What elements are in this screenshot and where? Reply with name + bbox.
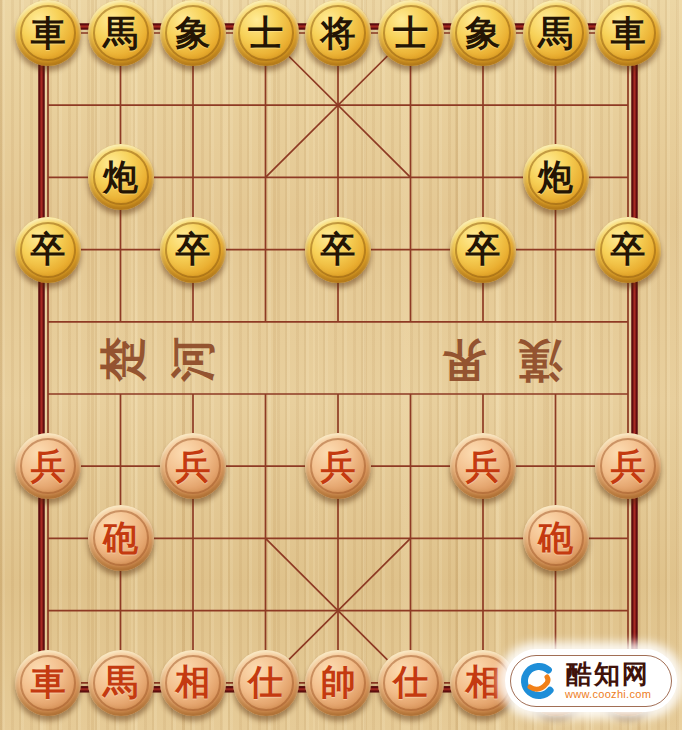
- piece-red-帥[interactable]: 帥: [305, 650, 371, 716]
- piece-black-士[interactable]: 士: [378, 0, 444, 66]
- watermark-url: www.coozhi.com: [565, 689, 651, 700]
- piece-red-仕[interactable]: 仕: [233, 650, 299, 716]
- piece-red-馬[interactable]: 馬: [88, 650, 154, 716]
- piece-black-車[interactable]: 車: [595, 0, 661, 66]
- piece-black-象[interactable]: 象: [160, 0, 226, 66]
- piece-black-車[interactable]: 車: [15, 0, 81, 66]
- piece-red-相[interactable]: 相: [160, 650, 226, 716]
- piece-red-砲[interactable]: 砲: [523, 505, 589, 571]
- watermark-site-name: 酷知网: [566, 661, 650, 687]
- piece-black-卒[interactable]: 卒: [450, 217, 516, 283]
- piece-red-砲[interactable]: 砲: [88, 505, 154, 571]
- piece-red-兵[interactable]: 兵: [160, 433, 226, 499]
- piece-black-将[interactable]: 将: [305, 0, 371, 66]
- piece-red-仕[interactable]: 仕: [378, 650, 444, 716]
- piece-red-兵[interactable]: 兵: [595, 433, 661, 499]
- piece-black-卒[interactable]: 卒: [15, 217, 81, 283]
- pieces-layer: 車馬象士将士象馬車炮炮卒卒卒卒卒兵兵兵兵兵砲砲車馬相仕帥仕相馬車: [0, 0, 682, 730]
- piece-black-士[interactable]: 士: [233, 0, 299, 66]
- coozhi-logo-icon: [518, 660, 560, 702]
- piece-black-炮[interactable]: 炮: [523, 144, 589, 210]
- piece-black-馬[interactable]: 馬: [88, 0, 154, 66]
- piece-black-炮[interactable]: 炮: [88, 144, 154, 210]
- xiangqi-board: 楚 河 漢 界 車馬象士将士象馬車炮炮卒卒卒卒卒兵兵兵兵兵砲砲車馬相仕帥仕相馬車…: [0, 0, 682, 730]
- piece-black-象[interactable]: 象: [450, 0, 516, 66]
- piece-red-兵[interactable]: 兵: [305, 433, 371, 499]
- piece-red-車[interactable]: 車: [15, 650, 81, 716]
- piece-red-兵[interactable]: 兵: [15, 433, 81, 499]
- piece-black-卒[interactable]: 卒: [305, 217, 371, 283]
- piece-black-卒[interactable]: 卒: [160, 217, 226, 283]
- coozhi-watermark: 酷知网 www.coozhi.com: [505, 649, 677, 712]
- piece-black-馬[interactable]: 馬: [523, 0, 589, 66]
- watermark-frame: 酷知网 www.coozhi.com: [510, 655, 672, 707]
- piece-red-兵[interactable]: 兵: [450, 433, 516, 499]
- piece-black-卒[interactable]: 卒: [595, 217, 661, 283]
